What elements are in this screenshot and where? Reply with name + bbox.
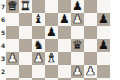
square-c6[interactable]: ♝ — [32, 13, 45, 26]
square-d7[interactable] — [45, 0, 58, 13]
square-c3[interactable]: ♟ — [32, 52, 45, 65]
square-e2[interactable] — [58, 65, 71, 78]
square-b2[interactable] — [19, 65, 32, 78]
chess-diagram: 765432 ♛♜♟♝♟♟♟♟♞♛♟♟♟♝♟♟ — [0, 0, 120, 80]
square-e6[interactable]: ♟ — [58, 13, 71, 26]
square-e4[interactable] — [58, 39, 71, 52]
white-pawn: ♟ — [84, 65, 97, 78]
square-a2[interactable] — [6, 65, 19, 78]
square-b5[interactable] — [19, 26, 32, 39]
black-pawn: ♟ — [97, 13, 110, 26]
white-pawn: ♟ — [71, 13, 84, 26]
square-h2[interactable] — [97, 65, 110, 78]
square-c2[interactable] — [32, 65, 45, 78]
square-g2[interactable]: ♟ — [84, 65, 97, 78]
square-b1[interactable] — [19, 78, 32, 80]
chess-board: ♛♜♟♝♟♟♟♟♞♛♟♟♟♝♟♟ — [6, 0, 110, 80]
black-queen: ♛ — [71, 39, 84, 52]
square-d3[interactable]: ♝ — [45, 52, 58, 65]
square-f1[interactable] — [71, 78, 84, 80]
square-g6[interactable] — [84, 13, 97, 26]
square-h6[interactable]: ♟ — [97, 13, 110, 26]
white-rook: ♜ — [19, 0, 32, 13]
square-b3[interactable] — [19, 52, 32, 65]
white-pawn: ♟ — [32, 52, 45, 65]
white-bishop: ♝ — [45, 52, 58, 65]
square-e3[interactable] — [58, 52, 71, 65]
white-pawn: ♟ — [71, 65, 84, 78]
black-pawn: ♟ — [58, 13, 71, 26]
white-pawn: ♟ — [6, 52, 19, 65]
black-bishop: ♝ — [32, 13, 45, 26]
square-b6[interactable] — [19, 13, 32, 26]
square-d5[interactable]: ♟ — [45, 26, 58, 39]
square-b7[interactable]: ♜ — [19, 0, 32, 13]
black-pawn: ♟ — [45, 26, 58, 39]
square-e5[interactable] — [58, 26, 71, 39]
square-h4[interactable]: ♟ — [97, 39, 110, 52]
square-f4[interactable]: ♛ — [71, 39, 84, 52]
square-a3[interactable]: ♟ — [6, 52, 19, 65]
square-f6[interactable]: ♟ — [71, 13, 84, 26]
square-d1[interactable] — [45, 78, 58, 80]
square-a7[interactable]: ♛ — [6, 0, 19, 13]
square-a5[interactable] — [6, 26, 19, 39]
square-g1[interactable] — [84, 78, 97, 80]
square-d2[interactable] — [45, 65, 58, 78]
square-f2[interactable]: ♟ — [71, 65, 84, 78]
square-h3[interactable] — [97, 52, 110, 65]
square-h1[interactable] — [97, 78, 110, 80]
square-b4[interactable] — [19, 39, 32, 52]
square-c1[interactable] — [32, 78, 45, 80]
black-pawn: ♟ — [97, 39, 110, 52]
square-g4[interactable] — [84, 39, 97, 52]
square-a6[interactable] — [6, 13, 19, 26]
square-g5[interactable] — [84, 26, 97, 39]
square-g7[interactable] — [84, 0, 97, 13]
white-queen: ♛ — [6, 0, 19, 13]
square-e1[interactable] — [58, 78, 71, 80]
square-a1[interactable] — [6, 78, 19, 80]
